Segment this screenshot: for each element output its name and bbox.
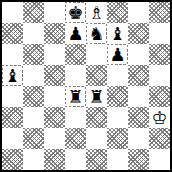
square-b3[interactable]	[23, 107, 44, 128]
square-c5[interactable]	[44, 65, 65, 86]
square-c1[interactable]	[44, 149, 65, 170]
square-d3[interactable]	[65, 107, 86, 128]
piece-black-rook: ♜	[66, 87, 84, 106]
square-c3[interactable]	[44, 107, 65, 128]
square-e3[interactable]	[86, 107, 107, 128]
square-g2[interactable]	[128, 128, 149, 149]
square-h6[interactable]	[149, 44, 170, 65]
square-b8[interactable]	[23, 2, 44, 23]
square-a3[interactable]	[2, 107, 23, 128]
piece-white-bishop: ♗	[87, 3, 105, 22]
square-a4[interactable]	[2, 86, 23, 107]
square-f4[interactable]	[107, 86, 128, 107]
square-g8[interactable]	[128, 2, 149, 23]
square-g6[interactable]	[128, 44, 149, 65]
square-g7[interactable]	[128, 23, 149, 44]
square-f6[interactable]: ♟	[107, 44, 128, 65]
square-e6[interactable]	[86, 44, 107, 65]
square-f2[interactable]	[107, 128, 128, 149]
square-a7[interactable]	[2, 23, 23, 44]
square-b4[interactable]	[23, 86, 44, 107]
square-h5[interactable]	[149, 65, 170, 86]
square-e2[interactable]	[86, 128, 107, 149]
square-c7[interactable]	[44, 23, 65, 44]
square-b1[interactable]	[23, 149, 44, 170]
piece-black-bishop: ♝	[108, 24, 126, 43]
square-c6[interactable]	[44, 44, 65, 65]
square-g5[interactable]	[128, 65, 149, 86]
square-a5[interactable]: ♝	[2, 65, 23, 86]
square-c4[interactable]	[44, 86, 65, 107]
square-b6[interactable]	[23, 44, 44, 65]
chess-board: ♚♗♟♞♝♟♝♜♜♔	[0, 0, 172, 172]
square-h1[interactable]	[149, 149, 170, 170]
piece-black-bishop: ♝	[3, 66, 21, 85]
square-g1[interactable]	[128, 149, 149, 170]
square-d4[interactable]: ♜	[65, 86, 86, 107]
square-b2[interactable]	[23, 128, 44, 149]
square-h4[interactable]	[149, 86, 170, 107]
square-c8[interactable]	[44, 2, 65, 23]
square-e4[interactable]: ♜	[86, 86, 107, 107]
square-f5[interactable]	[107, 65, 128, 86]
square-h7[interactable]	[149, 23, 170, 44]
piece-black-rook: ♜	[87, 87, 105, 106]
square-e5[interactable]	[86, 65, 107, 86]
piece-black-pawn: ♟	[108, 45, 126, 64]
square-e1[interactable]	[86, 149, 107, 170]
square-h8[interactable]	[149, 2, 170, 23]
square-g4[interactable]	[128, 86, 149, 107]
square-d1[interactable]	[65, 149, 86, 170]
square-d6[interactable]	[65, 44, 86, 65]
square-e7[interactable]: ♞	[86, 23, 107, 44]
square-d2[interactable]	[65, 128, 86, 149]
square-f3[interactable]	[107, 107, 128, 128]
piece-black-king: ♚	[66, 3, 84, 22]
square-f8[interactable]	[107, 2, 128, 23]
piece-white-king: ♔	[150, 108, 168, 127]
square-h2[interactable]	[149, 128, 170, 149]
square-d7[interactable]: ♟	[65, 23, 86, 44]
square-g3[interactable]	[128, 107, 149, 128]
square-d5[interactable]	[65, 65, 86, 86]
square-f1[interactable]	[107, 149, 128, 170]
square-c2[interactable]	[44, 128, 65, 149]
square-f7[interactable]: ♝	[107, 23, 128, 44]
square-a6[interactable]	[2, 44, 23, 65]
square-a1[interactable]	[2, 149, 23, 170]
piece-black-knight: ♞	[87, 24, 105, 43]
piece-black-pawn: ♟	[66, 24, 84, 43]
square-e8[interactable]: ♗	[86, 2, 107, 23]
square-b5[interactable]	[23, 65, 44, 86]
square-d8[interactable]: ♚	[65, 2, 86, 23]
square-a2[interactable]	[2, 128, 23, 149]
square-a8[interactable]	[2, 2, 23, 23]
square-b7[interactable]	[23, 23, 44, 44]
square-h3[interactable]: ♔	[149, 107, 170, 128]
